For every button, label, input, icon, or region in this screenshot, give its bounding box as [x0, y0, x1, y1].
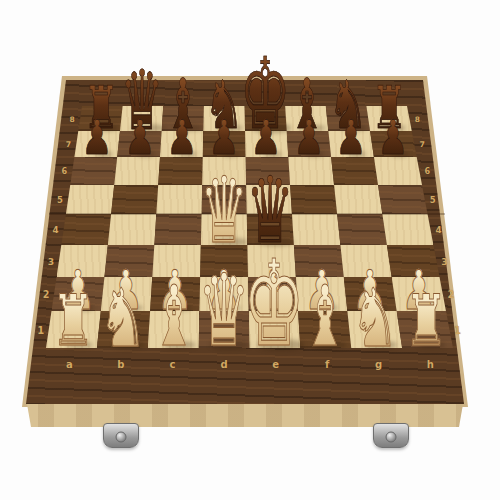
rank-label-left-2: 2 [43, 289, 50, 300]
piece-black-pawn-b7: ♟ [124, 114, 155, 162]
piece-white-rook-h1: ♜ [404, 286, 447, 357]
latch-left [103, 423, 139, 448]
piece-black-pawn-d7: ♟ [209, 114, 240, 162]
square-g4 [337, 214, 387, 245]
square-b4 [108, 214, 156, 245]
rank-label-left-1: 1 [37, 324, 44, 335]
square-g5 [334, 185, 382, 214]
rank-label-left-8: 8 [70, 114, 75, 123]
square-b5 [111, 185, 158, 214]
rank-label-left-3: 3 [48, 256, 54, 267]
rank-label-left-4: 4 [53, 225, 59, 235]
square-h4 [382, 214, 433, 245]
chess-set-product-photo: abcdefgh1122334455667788♜♛♝♞♚♝♞♜♟♟♟♟♟♟♟♟… [0, 0, 500, 500]
piece-white-king-e1: ♚ [243, 245, 305, 364]
rank-label-right-7: 7 [420, 140, 425, 149]
square-a5 [66, 185, 114, 214]
piece-black-pawn-f7: ♟ [293, 114, 324, 162]
square-c4 [154, 214, 201, 245]
rank-label-right-2: 2 [447, 289, 454, 300]
rank-label-left-5: 5 [57, 195, 63, 205]
square-h5 [378, 185, 427, 214]
piece-white-knight-b1: ♞ [100, 278, 148, 358]
rank-label-right-8: 8 [415, 114, 420, 123]
piece-black-pawn-c7: ♟ [166, 114, 197, 162]
rank-label-left-7: 7 [66, 140, 71, 149]
rank-label-right-1: 1 [454, 324, 461, 335]
rank-label-right-6: 6 [425, 166, 431, 176]
piece-white-rook-a1: ♜ [51, 286, 94, 357]
square-f5 [290, 185, 337, 214]
rank-label-right-4: 4 [435, 225, 441, 235]
latch-right [373, 423, 409, 448]
latch-knob-icon [116, 431, 127, 442]
rank-label-right-3: 3 [441, 256, 447, 267]
piece-white-bishop-c1: ♝ [152, 275, 195, 359]
rank-label-left-6: 6 [62, 166, 68, 176]
latch-knob-icon [386, 431, 397, 442]
piece-white-knight-g1: ♞ [351, 278, 399, 358]
piece-white-bishop-f1: ♝ [303, 275, 346, 359]
square-a4 [61, 214, 111, 245]
piece-black-pawn-e7: ♟ [251, 114, 282, 162]
piece-black-pawn-a7: ♟ [82, 114, 113, 162]
piece-white-queen-d4: ♛ [200, 165, 248, 257]
piece-black-pawn-g7: ♟ [336, 114, 367, 162]
rank-label-right-5: 5 [430, 195, 436, 205]
square-c5 [156, 185, 202, 214]
piece-black-pawn-h7: ♟ [378, 114, 409, 162]
